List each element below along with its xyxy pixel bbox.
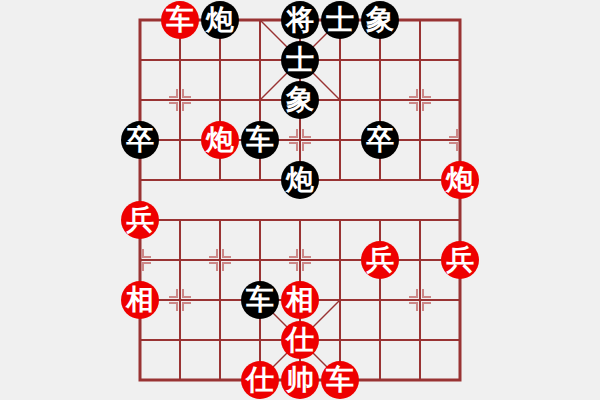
piece-black-advisor[interactable]: 士 [321,1,359,39]
piece-black-general[interactable]: 将 [281,1,319,39]
piece-red-chariot[interactable]: 车 [161,1,199,39]
piece-red-cannon[interactable]: 炮 [441,161,479,199]
piece-red-advisor[interactable]: 仕 [241,361,279,399]
piece-red-advisor[interactable]: 仕 [281,321,319,359]
piece-red-soldier[interactable]: 兵 [361,241,399,279]
piece-black-elephant[interactable]: 象 [281,81,319,119]
piece-red-general[interactable]: 帅 [281,361,319,399]
piece-red-cannon[interactable]: 炮 [201,121,239,159]
piece-red-soldier[interactable]: 兵 [121,201,159,239]
piece-red-chariot[interactable]: 车 [321,361,359,399]
piece-red-elephant[interactable]: 相 [121,281,159,319]
piece-black-soldier[interactable]: 卒 [361,121,399,159]
piece-black-chariot[interactable]: 车 [241,281,279,319]
xiangqi-board: 车炮将士象士象卒炮车卒炮炮兵兵兵相车相仕仕帅车 [0,0,600,400]
piece-black-chariot[interactable]: 车 [241,121,279,159]
piece-red-soldier[interactable]: 兵 [441,241,479,279]
piece-black-cannon[interactable]: 炮 [201,1,239,39]
piece-black-soldier[interactable]: 卒 [121,121,159,159]
xiangqi-app: 车炮将士象士象卒炮车卒炮炮兵兵兵相车相仕仕帅车 [0,0,600,400]
piece-red-elephant[interactable]: 相 [281,281,319,319]
piece-black-elephant[interactable]: 象 [361,1,399,39]
piece-black-advisor[interactable]: 士 [281,41,319,79]
piece-black-cannon[interactable]: 炮 [281,161,319,199]
